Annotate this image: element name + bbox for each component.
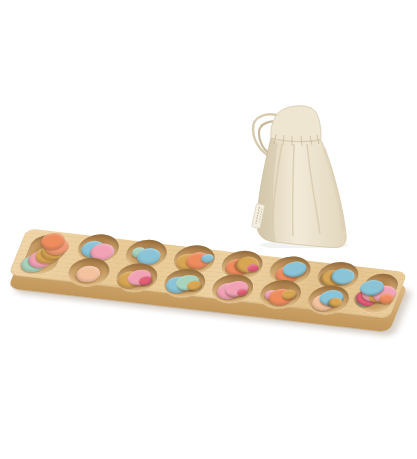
seed-disc-lightblue xyxy=(200,253,215,263)
product-photo-scene xyxy=(0,0,417,459)
drawstring-bag xyxy=(244,96,356,248)
seed-disc-lightblue xyxy=(282,260,307,278)
pit-store-left[interactable] xyxy=(20,233,68,275)
seed-disc-peach xyxy=(72,263,104,284)
bag-gathered-top xyxy=(271,106,321,142)
